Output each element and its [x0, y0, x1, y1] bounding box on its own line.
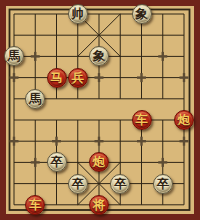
xiangqi-board[interactable]: 帅象馬象馬卒卒卒卒马兵车炮炮车将	[0, 0, 200, 220]
piece-glyph: 炮	[178, 110, 191, 130]
piece-red-cannon[interactable]: 炮	[174, 110, 194, 130]
piece-white-soldier[interactable]: 卒	[47, 152, 67, 172]
piece-glyph: 将	[93, 195, 106, 215]
piece-glyph: 车	[135, 110, 148, 130]
piece-glyph: 卒	[72, 174, 85, 194]
piece-glyph: 炮	[93, 152, 106, 172]
piece-white-soldier[interactable]: 卒	[68, 174, 88, 194]
piece-red-soldier[interactable]: 兵	[68, 68, 88, 88]
piece-red-chariot[interactable]: 车	[132, 110, 152, 130]
piece-glyph: 卒	[114, 174, 127, 194]
piece-glyph: 马	[50, 68, 63, 88]
piece-glyph: 象	[135, 4, 148, 24]
piece-white-soldier[interactable]: 卒	[153, 174, 173, 194]
piece-glyph: 车	[29, 195, 42, 215]
piece-white-horse[interactable]: 馬	[25, 89, 45, 109]
piece-red-horse[interactable]: 马	[47, 68, 67, 88]
piece-white-elephant[interactable]: 象	[132, 4, 152, 24]
piece-glyph: 馬	[29, 89, 42, 109]
piece-glyph: 象	[93, 46, 106, 66]
piece-glyph: 兵	[72, 68, 85, 88]
piece-white-soldier[interactable]: 卒	[110, 174, 130, 194]
piece-glyph: 帅	[72, 4, 85, 24]
piece-glyph: 卒	[157, 174, 170, 194]
piece-glyph: 馬	[8, 46, 21, 66]
piece-red-general[interactable]: 将	[89, 195, 109, 215]
piece-glyph: 卒	[50, 152, 63, 172]
piece-white-general[interactable]: 帅	[68, 4, 88, 24]
piece-red-chariot[interactable]: 车	[25, 195, 45, 215]
